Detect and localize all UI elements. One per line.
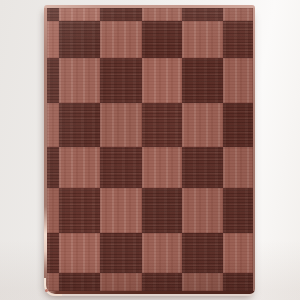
veneer-square-light [100, 21, 142, 58]
veneer-square-light [182, 103, 223, 147]
veneer-square-light [142, 8, 182, 21]
veneer-square-light [100, 188, 142, 233]
veneer-square-dark [223, 21, 253, 58]
veneer-square-dark [182, 58, 223, 103]
veneer-square-light [59, 233, 100, 273]
veneer-square-dark [142, 103, 182, 147]
veneer-square-light [100, 273, 142, 291]
veneer-square-dark [47, 58, 59, 103]
veneer-square-light [59, 8, 100, 21]
veneer-grid [47, 8, 253, 291]
folded-chessboard [44, 5, 255, 294]
veneer-square-light [59, 58, 100, 103]
veneer-square-dark [47, 147, 59, 188]
veneer-square-light [223, 58, 253, 103]
veneer-square-dark [223, 103, 253, 147]
veneer-square-dark [100, 8, 142, 21]
veneer-square-dark [100, 233, 142, 273]
veneer-square-light [59, 147, 100, 188]
veneer-square-light [100, 103, 142, 147]
veneer-square-light [142, 233, 182, 273]
product-photo-background [0, 0, 300, 300]
veneer-square-light [47, 188, 59, 233]
veneer-square-dark [142, 188, 182, 233]
board-bottom-edge [44, 291, 255, 294]
veneer-square-dark [182, 8, 223, 21]
veneer-square-dark [100, 147, 142, 188]
veneer-square-light [47, 103, 59, 147]
veneer-square-dark [59, 188, 100, 233]
veneer-square-dark [182, 147, 223, 188]
veneer-square-dark [223, 188, 253, 233]
veneer-square-dark [59, 21, 100, 58]
veneer-square-dark [59, 103, 100, 147]
veneer-square-light [223, 147, 253, 188]
veneer-square-light [223, 233, 253, 273]
veneer-square-dark [142, 273, 182, 291]
veneer-square-light [223, 8, 253, 21]
board-right-edge [253, 8, 255, 291]
veneer-square-light [182, 21, 223, 58]
veneer-square-dark [182, 233, 223, 273]
veneer-square-light [142, 58, 182, 103]
veneer-square-dark [100, 58, 142, 103]
veneer-square-dark [59, 273, 100, 291]
veneer-square-dark [47, 8, 59, 21]
veneer-square-dark [47, 233, 59, 273]
veneer-square-light [47, 21, 59, 58]
veneer-square-light [47, 273, 59, 291]
board-body [44, 8, 255, 291]
veneer-square-dark [142, 21, 182, 58]
veneer-square-light [142, 147, 182, 188]
veneer-square-dark [223, 273, 253, 291]
veneer-square-light [182, 188, 223, 233]
veneer-square-light [182, 273, 223, 291]
